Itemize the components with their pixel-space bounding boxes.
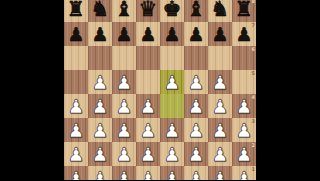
black-pawn[interactable]: ♟ xyxy=(139,25,156,44)
white-pawn[interactable]: ♟ xyxy=(67,97,84,116)
white-pawn[interactable]: ♟ xyxy=(139,97,156,116)
square-c3[interactable]: ♟ xyxy=(112,118,136,142)
rank-coordinate: 7 xyxy=(252,22,255,28)
square-b2[interactable]: ♟ xyxy=(88,142,112,166)
rank-coordinate: 1 xyxy=(252,166,255,172)
square-c6[interactable] xyxy=(112,46,136,70)
square-d7[interactable]: ♟ xyxy=(136,22,160,46)
white-pawn[interactable]: ♟ xyxy=(115,97,132,116)
black-bishop[interactable]: ♝ xyxy=(115,0,134,20)
white-pawn[interactable]: ♟ xyxy=(235,97,252,116)
square-d6[interactable] xyxy=(136,46,160,70)
white-pawn[interactable]: ♟ xyxy=(139,121,156,140)
square-d4[interactable]: ♟ xyxy=(136,94,160,118)
black-bishop[interactable]: ♝ xyxy=(187,0,206,20)
square-a2[interactable]: ♟ xyxy=(64,142,88,166)
square-c5[interactable]: ♟ xyxy=(112,70,136,94)
square-g7[interactable]: ♟ xyxy=(208,22,232,46)
square-c1[interactable]: ♟ xyxy=(112,166,136,180)
square-f5[interactable]: ♟ xyxy=(184,70,208,94)
square-b5[interactable]: ♟ xyxy=(88,70,112,94)
square-f1[interactable]: ♟ xyxy=(184,166,208,180)
square-b8[interactable]: ♞ xyxy=(88,0,112,22)
white-pawn[interactable]: ♟ xyxy=(211,145,228,164)
white-pawn[interactable]: ♟ xyxy=(67,121,84,140)
white-pawn[interactable]: ♟ xyxy=(163,145,180,164)
square-h4[interactable]: ♟4 xyxy=(232,94,256,118)
square-h3[interactable]: ♟3 xyxy=(232,118,256,142)
square-a6[interactable] xyxy=(64,46,88,70)
square-d8[interactable]: ♛ xyxy=(136,0,160,22)
square-g1[interactable]: ♟ xyxy=(208,166,232,180)
white-pawn[interactable]: ♟ xyxy=(211,97,228,116)
square-g2[interactable]: ♟ xyxy=(208,142,232,166)
white-pawn[interactable]: ♟ xyxy=(211,169,228,181)
square-d1[interactable]: ♟ xyxy=(136,166,160,180)
square-h6[interactable]: 6 xyxy=(232,46,256,70)
white-pawn[interactable]: ♟ xyxy=(187,145,204,164)
white-pawn[interactable]: ♟ xyxy=(91,169,108,181)
white-pawn[interactable]: ♟ xyxy=(163,169,180,181)
square-c4[interactable]: ♟ xyxy=(112,94,136,118)
square-e5[interactable]: ♟ xyxy=(160,70,184,94)
rank-coordinate: 3 xyxy=(252,118,255,124)
white-pawn[interactable]: ♟ xyxy=(235,169,252,181)
black-queen[interactable]: ♛ xyxy=(139,0,158,20)
square-h5[interactable]: 5 xyxy=(232,70,256,94)
black-pawn[interactable]: ♟ xyxy=(235,25,252,44)
white-pawn[interactable]: ♟ xyxy=(115,121,132,140)
square-g8[interactable]: ♞ xyxy=(208,0,232,22)
black-rook[interactable]: ♜ xyxy=(67,0,86,20)
white-pawn[interactable]: ♟ xyxy=(187,73,204,92)
black-knight[interactable]: ♞ xyxy=(91,0,110,20)
white-pawn[interactable]: ♟ xyxy=(67,169,84,181)
square-c2[interactable]: ♟ xyxy=(112,142,136,166)
app-background: ♜♞♝♛♚♝♞♜8♟♟♟♟♟♟♟♟76♟♟♟♟♟5♟♟♟♟♟♟♟4♟♟♟♟♟♟♟… xyxy=(0,0,320,180)
rank-coordinate: 8 xyxy=(252,0,255,4)
square-f2[interactable]: ♟ xyxy=(184,142,208,166)
black-knight[interactable]: ♞ xyxy=(211,0,230,20)
square-e4[interactable] xyxy=(160,94,184,118)
square-h7[interactable]: ♟7 xyxy=(232,22,256,46)
white-pawn[interactable]: ♟ xyxy=(115,145,132,164)
square-g6[interactable] xyxy=(208,46,232,70)
square-h1[interactable]: ♟1 xyxy=(232,166,256,180)
square-d3[interactable]: ♟ xyxy=(136,118,160,142)
square-e7[interactable]: ♟ xyxy=(160,22,184,46)
white-pawn[interactable]: ♟ xyxy=(91,97,108,116)
square-e6[interactable] xyxy=(160,46,184,70)
square-f6[interactable] xyxy=(184,46,208,70)
white-pawn[interactable]: ♟ xyxy=(235,145,252,164)
white-pawn[interactable]: ♟ xyxy=(211,121,228,140)
square-e2[interactable]: ♟ xyxy=(160,142,184,166)
rank-coordinate: 4 xyxy=(252,94,255,100)
rank-coordinate: 5 xyxy=(252,70,255,76)
letterbox-left xyxy=(0,0,64,180)
black-pawn[interactable]: ♟ xyxy=(67,25,84,44)
square-f3[interactable]: ♟ xyxy=(184,118,208,142)
chess-board[interactable]: ♜♞♝♛♚♝♞♜8♟♟♟♟♟♟♟♟76♟♟♟♟♟5♟♟♟♟♟♟♟4♟♟♟♟♟♟♟… xyxy=(64,0,256,180)
square-h2[interactable]: ♟2 xyxy=(232,142,256,166)
square-f4[interactable]: ♟ xyxy=(184,94,208,118)
black-pawn[interactable]: ♟ xyxy=(163,25,180,44)
square-c8[interactable]: ♝ xyxy=(112,0,136,22)
square-d5[interactable] xyxy=(136,70,160,94)
letterbox-right xyxy=(256,0,320,180)
white-pawn[interactable]: ♟ xyxy=(187,169,204,181)
square-g3[interactable]: ♟ xyxy=(208,118,232,142)
white-pawn[interactable]: ♟ xyxy=(91,121,108,140)
square-b3[interactable]: ♟ xyxy=(88,118,112,142)
square-e1[interactable]: ♟ xyxy=(160,166,184,180)
white-pawn[interactable]: ♟ xyxy=(187,97,204,116)
square-b6[interactable] xyxy=(88,46,112,70)
square-b7[interactable]: ♟ xyxy=(88,22,112,46)
square-a4[interactable]: ♟ xyxy=(64,94,88,118)
square-f7[interactable]: ♟ xyxy=(184,22,208,46)
rank-coordinate: 6 xyxy=(252,46,255,52)
rank-coordinate: 2 xyxy=(252,142,255,148)
square-a8[interactable]: ♜ xyxy=(64,0,88,22)
black-pawn[interactable]: ♟ xyxy=(187,25,204,44)
white-pawn[interactable]: ♟ xyxy=(67,145,84,164)
square-a5[interactable] xyxy=(64,70,88,94)
square-b1[interactable]: ♟ xyxy=(88,166,112,180)
square-g4[interactable]: ♟ xyxy=(208,94,232,118)
square-h8[interactable]: ♜8 xyxy=(232,0,256,22)
square-a1[interactable]: ♟ xyxy=(64,166,88,180)
black-pawn[interactable]: ♟ xyxy=(211,25,228,44)
white-pawn[interactable]: ♟ xyxy=(163,73,180,92)
white-pawn[interactable]: ♟ xyxy=(211,73,228,92)
black-king[interactable]: ♚ xyxy=(163,0,182,20)
square-e8[interactable]: ♚ xyxy=(160,0,184,22)
square-c7[interactable]: ♟ xyxy=(112,22,136,46)
square-a7[interactable]: ♟ xyxy=(64,22,88,46)
white-pawn[interactable]: ♟ xyxy=(187,121,204,140)
white-pawn[interactable]: ♟ xyxy=(139,145,156,164)
white-pawn[interactable]: ♟ xyxy=(139,169,156,181)
black-pawn[interactable]: ♟ xyxy=(91,25,108,44)
square-d2[interactable]: ♟ xyxy=(136,142,160,166)
white-pawn[interactable]: ♟ xyxy=(163,121,180,140)
white-pawn[interactable]: ♟ xyxy=(91,73,108,92)
square-b4[interactable]: ♟ xyxy=(88,94,112,118)
white-pawn[interactable]: ♟ xyxy=(91,145,108,164)
black-pawn[interactable]: ♟ xyxy=(115,25,132,44)
white-pawn[interactable]: ♟ xyxy=(235,121,252,140)
square-a3[interactable]: ♟ xyxy=(64,118,88,142)
white-pawn[interactable]: ♟ xyxy=(115,73,132,92)
square-g5[interactable]: ♟ xyxy=(208,70,232,94)
white-pawn[interactable]: ♟ xyxy=(115,169,132,181)
square-e3[interactable]: ♟ xyxy=(160,118,184,142)
square-f8[interactable]: ♝ xyxy=(184,0,208,22)
